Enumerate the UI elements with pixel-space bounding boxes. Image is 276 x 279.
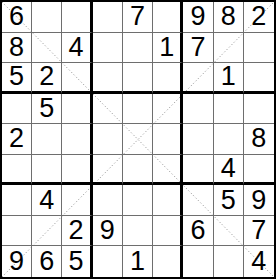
cell-r5c9-given: 8 bbox=[244, 124, 274, 155]
cell-r3c7-empty[interactable] bbox=[183, 63, 213, 94]
cell-r4c3-empty[interactable] bbox=[62, 94, 92, 125]
cell-r9c6-empty[interactable] bbox=[153, 246, 183, 277]
cell-r8c2-empty[interactable] bbox=[32, 216, 62, 247]
sudoku-board: 6798284175215284459296796514 bbox=[0, 0, 276, 279]
cell-r3c3-empty[interactable] bbox=[62, 63, 92, 94]
cell-r5c7-empty[interactable] bbox=[183, 124, 213, 155]
cell-r3c1-given: 5 bbox=[2, 63, 32, 94]
cell-r2c4-empty[interactable] bbox=[93, 33, 123, 64]
cell-r5c6-empty[interactable] bbox=[153, 124, 183, 155]
cell-r6c7-empty[interactable] bbox=[183, 155, 213, 186]
cell-r6c5-empty[interactable] bbox=[123, 155, 153, 186]
cell-r1c7-given: 9 bbox=[183, 2, 213, 33]
cell-r1c8-given: 8 bbox=[214, 2, 244, 33]
cell-r9c5-given: 1 bbox=[123, 246, 153, 277]
cell-r6c6-empty[interactable] bbox=[153, 155, 183, 186]
cell-r2c6-given: 1 bbox=[153, 33, 183, 64]
cell-r4c2-given: 5 bbox=[32, 94, 62, 125]
cell-r3c5-empty[interactable] bbox=[123, 63, 153, 94]
cell-r9c7-empty[interactable] bbox=[183, 246, 213, 277]
cell-r4c9-empty[interactable] bbox=[244, 94, 274, 125]
cell-r6c8-given: 4 bbox=[214, 155, 244, 186]
cell-r6c1-empty[interactable] bbox=[2, 155, 32, 186]
cell-r9c8-empty[interactable] bbox=[214, 246, 244, 277]
cell-r7c8-given: 5 bbox=[214, 185, 244, 216]
cell-r2c1-given: 8 bbox=[2, 33, 32, 64]
cell-r3c2-given: 2 bbox=[32, 63, 62, 94]
cell-r2c7-given: 7 bbox=[183, 33, 213, 64]
cell-r7c3-empty[interactable] bbox=[62, 185, 92, 216]
cell-r3c9-empty[interactable] bbox=[244, 63, 274, 94]
cell-r1c3-empty[interactable] bbox=[62, 2, 92, 33]
cell-r1c9-given: 2 bbox=[244, 2, 274, 33]
cell-r7c7-empty[interactable] bbox=[183, 185, 213, 216]
cell-r3c8-given: 1 bbox=[214, 63, 244, 94]
cell-r4c1-empty[interactable] bbox=[2, 94, 32, 125]
cell-r2c2-empty[interactable] bbox=[32, 33, 62, 64]
cell-r7c5-empty[interactable] bbox=[123, 185, 153, 216]
cell-r5c8-empty[interactable] bbox=[214, 124, 244, 155]
cell-r1c2-empty[interactable] bbox=[32, 2, 62, 33]
cell-r7c2-given: 4 bbox=[32, 185, 62, 216]
cell-r8c1-empty[interactable] bbox=[2, 216, 32, 247]
cell-r2c5-empty[interactable] bbox=[123, 33, 153, 64]
cell-r1c4-empty[interactable] bbox=[93, 2, 123, 33]
cell-r9c3-given: 5 bbox=[62, 246, 92, 277]
cell-r5c5-empty[interactable] bbox=[123, 124, 153, 155]
cell-r6c9-empty[interactable] bbox=[244, 155, 274, 186]
cell-r2c3-given: 4 bbox=[62, 33, 92, 64]
cell-r7c9-given: 9 bbox=[244, 185, 274, 216]
cell-r8c9-given: 7 bbox=[244, 216, 274, 247]
cell-r5c2-empty[interactable] bbox=[32, 124, 62, 155]
cell-r8c7-given: 6 bbox=[183, 216, 213, 247]
cell-r8c3-given: 2 bbox=[62, 216, 92, 247]
cell-r9c1-given: 9 bbox=[2, 246, 32, 277]
cell-r2c9-empty[interactable] bbox=[244, 33, 274, 64]
cell-r9c2-given: 6 bbox=[32, 246, 62, 277]
cell-r7c6-empty[interactable] bbox=[153, 185, 183, 216]
cell-r4c4-empty[interactable] bbox=[93, 94, 123, 125]
cell-r7c4-empty[interactable] bbox=[93, 185, 123, 216]
cell-r8c8-empty[interactable] bbox=[214, 216, 244, 247]
cell-r3c4-empty[interactable] bbox=[93, 63, 123, 94]
cell-r9c9-given: 4 bbox=[244, 246, 274, 277]
cell-r9c4-empty[interactable] bbox=[93, 246, 123, 277]
cell-r8c4-given: 9 bbox=[93, 216, 123, 247]
cell-r5c1-given: 2 bbox=[2, 124, 32, 155]
cell-r4c7-empty[interactable] bbox=[183, 94, 213, 125]
cell-r4c6-empty[interactable] bbox=[153, 94, 183, 125]
cell-r6c3-empty[interactable] bbox=[62, 155, 92, 186]
cell-r3c6-empty[interactable] bbox=[153, 63, 183, 94]
cell-r4c8-empty[interactable] bbox=[214, 94, 244, 125]
cell-r5c3-empty[interactable] bbox=[62, 124, 92, 155]
cell-r6c2-empty[interactable] bbox=[32, 155, 62, 186]
cell-r7c1-empty[interactable] bbox=[2, 185, 32, 216]
cell-r8c6-empty[interactable] bbox=[153, 216, 183, 247]
cell-r1c6-empty[interactable] bbox=[153, 2, 183, 33]
cell-r2c8-empty[interactable] bbox=[214, 33, 244, 64]
cell-r1c5-given: 7 bbox=[123, 2, 153, 33]
cell-r6c4-empty[interactable] bbox=[93, 155, 123, 186]
cell-r4c5-empty[interactable] bbox=[123, 94, 153, 125]
cell-r8c5-empty[interactable] bbox=[123, 216, 153, 247]
cell-r1c1-given: 6 bbox=[2, 2, 32, 33]
cell-r5c4-empty[interactable] bbox=[93, 124, 123, 155]
